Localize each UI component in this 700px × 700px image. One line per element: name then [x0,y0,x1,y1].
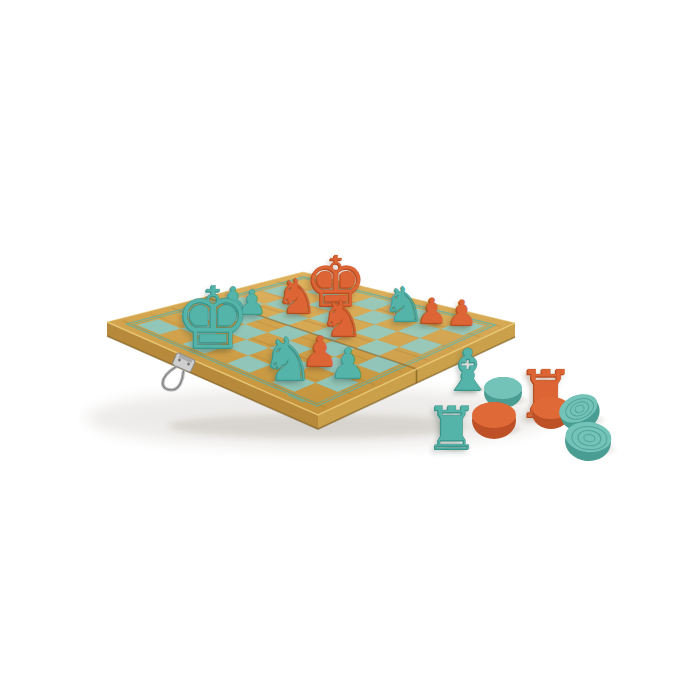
orange-knight: ♞ [275,272,318,320]
disc-ring-engraving [583,434,595,443]
orange-pawn: ♟ [416,294,447,329]
pieces-layer: ♚♟♞♟♞♟♟♞♚♟♟♞♝♜♜ [0,0,700,700]
teal-pawn: ♟ [329,343,367,385]
product-photo-chess-set: ♚♟♞♟♞♟♟♞♚♟♟♞♝♜♜ [0,0,700,700]
orange-pawn: ♟ [446,296,477,331]
teal-knight: ♞ [261,329,315,389]
teal-checker-disc [563,420,613,464]
teal-rook-offboard: ♜ [425,398,479,458]
teal-king: ♚ [174,275,251,361]
